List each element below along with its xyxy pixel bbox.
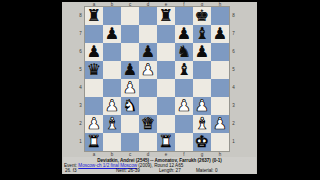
square-d2: ♛ (139, 115, 157, 133)
square-c7 (121, 25, 139, 43)
diagram-panel: abcdefgh abcdefgh 87654321 87654321 ♜♜♚♟… (62, 2, 257, 174)
square-c4: ♟ (121, 79, 139, 97)
square-e5 (157, 61, 175, 79)
coordinate-label: 7 (78, 25, 83, 43)
square-e2 (157, 115, 175, 133)
black-bishop: ♝ (193, 25, 211, 43)
square-h4 (211, 79, 229, 97)
black-rook: ♜ (85, 7, 103, 25)
coordinate-label: 3 (78, 97, 83, 115)
coordinate-label: 8 (78, 7, 83, 25)
white-pawn: ♟ (175, 97, 193, 115)
square-b1 (103, 133, 121, 151)
square-e1: ♜ (157, 133, 175, 151)
square-d8 (139, 7, 157, 25)
square-a4 (85, 79, 103, 97)
square-b3: ♟ (103, 97, 121, 115)
square-h7: ♟ (211, 25, 229, 43)
square-a1: ♜ (85, 133, 103, 151)
white-bishop: ♝ (193, 115, 211, 133)
coordinate-label: 2 (78, 115, 83, 133)
rank-labels-right: 87654321 (231, 7, 236, 151)
square-h2: ♟ (211, 115, 229, 133)
square-h6 (211, 43, 229, 61)
game-length: Length: 27 (159, 168, 181, 173)
coordinate-label: 1 (231, 133, 236, 151)
coordinate-label: 2 (231, 115, 236, 133)
black-pawn: ♟ (121, 61, 139, 79)
square-a3 (85, 97, 103, 115)
coordinate-label: 1 (78, 133, 83, 151)
coordinate-label: 4 (78, 79, 83, 97)
square-c8 (121, 7, 139, 25)
rank-labels-left: 87654321 (78, 7, 83, 151)
white-rook: ♜ (85, 133, 103, 151)
square-g2: ♝ (193, 115, 211, 133)
coordinate-label: 4 (231, 79, 236, 97)
square-e8: ♜ (157, 7, 175, 25)
square-b5 (103, 61, 121, 79)
square-g8: ♚ (193, 7, 211, 25)
square-g1: ♚ (193, 133, 211, 151)
square-g3: ♟ (193, 97, 211, 115)
square-g4 (193, 79, 211, 97)
square-b6 (103, 43, 121, 61)
coordinate-label: 6 (78, 43, 83, 61)
square-a7 (85, 25, 103, 43)
square-a8: ♜ (85, 7, 103, 25)
black-queen: ♛ (85, 61, 103, 79)
black-pawn: ♟ (85, 43, 103, 61)
square-f2 (175, 115, 193, 133)
square-d4 (139, 79, 157, 97)
square-c6 (121, 43, 139, 61)
square-b7: ♟ (103, 25, 121, 43)
black-king: ♚ (193, 7, 211, 25)
coordinate-label: 8 (231, 7, 236, 25)
black-pawn: ♟ (175, 25, 193, 43)
square-b2: ♝ (103, 115, 121, 133)
black-rook: ♜ (157, 7, 175, 25)
square-h1 (211, 133, 229, 151)
white-queen: ♛ (139, 115, 157, 133)
square-b4 (103, 79, 121, 97)
chess-board: ♜♜♚♟♟♝♟♟♟♞♟♛♟♟♝♟♟♞♟♟♟♝♛♝♟♜♜♚ (85, 7, 229, 151)
square-f8 (175, 7, 193, 25)
square-a6: ♟ (85, 43, 103, 61)
square-e6 (157, 43, 175, 61)
square-f6: ♞ (175, 43, 193, 61)
black-bishop: ♝ (175, 61, 193, 79)
coordinate-label: 7 (231, 25, 236, 43)
square-g7: ♝ (193, 25, 211, 43)
white-king: ♚ (193, 133, 211, 151)
square-c2 (121, 115, 139, 133)
coordinate-label: 5 (78, 61, 83, 79)
next-moves: Next: 26-39 (116, 168, 140, 173)
white-pawn: ♟ (211, 115, 229, 133)
square-d3 (139, 97, 157, 115)
square-e4 (157, 79, 175, 97)
square-f7: ♟ (175, 25, 193, 43)
white-knight: ♞ (121, 97, 139, 115)
white-pawn: ♟ (103, 97, 121, 115)
black-pawn: ♟ (139, 43, 157, 61)
square-f5: ♝ (175, 61, 193, 79)
white-bishop: ♝ (103, 115, 121, 133)
square-c1 (121, 133, 139, 151)
current-move: 26. f3 (65, 168, 77, 173)
square-f1 (175, 133, 193, 151)
square-d5: ♟ (139, 61, 157, 79)
game-caption: Deviatkin, Andrei (2545) -- Amonatov, Fa… (63, 157, 256, 174)
square-d7 (139, 25, 157, 43)
square-d1 (139, 133, 157, 151)
square-c3: ♞ (121, 97, 139, 115)
square-h3 (211, 97, 229, 115)
black-pawn: ♟ (193, 43, 211, 61)
square-f4 (175, 79, 193, 97)
square-d6: ♟ (139, 43, 157, 61)
square-a5: ♛ (85, 61, 103, 79)
coordinate-label: 6 (231, 43, 236, 61)
white-pawn: ♟ (139, 61, 157, 79)
square-a2: ♟ (85, 115, 103, 133)
square-b8 (103, 7, 121, 25)
white-pawn: ♟ (193, 97, 211, 115)
square-h5 (211, 61, 229, 79)
material-balance: Material: 0 (196, 168, 217, 173)
black-pawn: ♟ (211, 25, 229, 43)
square-f3: ♟ (175, 97, 193, 115)
black-pawn: ♟ (103, 25, 121, 43)
black-knight: ♞ (175, 43, 193, 61)
coordinate-label: 3 (231, 97, 236, 115)
square-g5 (193, 61, 211, 79)
coordinate-label: 5 (231, 61, 236, 79)
square-h8 (211, 7, 229, 25)
square-e3 (157, 97, 175, 115)
square-g6: ♟ (193, 43, 211, 61)
white-pawn: ♟ (121, 79, 139, 97)
white-rook: ♜ (157, 133, 175, 151)
square-e7 (157, 25, 175, 43)
square-c5: ♟ (121, 61, 139, 79)
white-pawn: ♟ (85, 115, 103, 133)
